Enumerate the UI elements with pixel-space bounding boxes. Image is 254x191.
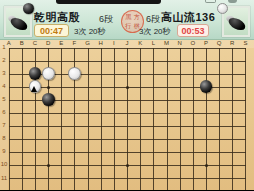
- grid-line: [245, 48, 246, 191]
- avatar-telescope-icon: [227, 15, 248, 32]
- grid-line: [61, 48, 62, 191]
- star-point-J10: [126, 164, 129, 167]
- black-stone-P4: [200, 80, 213, 93]
- column-label-O: O: [189, 40, 197, 47]
- grid-line: [140, 48, 141, 191]
- right-player-rank: 6段: [146, 13, 160, 26]
- column-label-P: P: [202, 40, 210, 47]
- grid-line: [232, 48, 233, 191]
- row-label-8: 8: [0, 135, 8, 142]
- row-label-11: 11: [0, 175, 8, 182]
- column-label-C: C: [31, 40, 39, 47]
- grid-line: [219, 48, 220, 191]
- go-board[interactable]: ABCDEFGHIJKLMNOPQRS1234567891011: [0, 40, 254, 190]
- right-player-timer: 00:53: [177, 24, 209, 37]
- grid-line: [127, 48, 128, 191]
- column-label-Q: Q: [215, 40, 223, 47]
- grid-line: [206, 48, 207, 191]
- grid-line: [101, 48, 102, 191]
- grid-line: [153, 48, 154, 191]
- grid-line: [9, 48, 247, 49]
- game-header: 乾明高殷 6段 00:47 3次 20秒 黑 方 行 棋 6段 高山流136 3…: [0, 0, 254, 40]
- grid-line: [9, 126, 247, 127]
- grid-line: [22, 48, 23, 191]
- grid-line: [114, 48, 115, 191]
- star-point-D10: [47, 164, 50, 167]
- grid-line: [9, 152, 247, 153]
- white-stone-D3: [42, 67, 55, 80]
- row-label-5: 5: [0, 96, 8, 103]
- black-stone-C3: [29, 67, 42, 80]
- status-bar-icon: [205, 0, 216, 3]
- grid-line: [9, 61, 247, 62]
- column-label-N: N: [176, 40, 184, 47]
- grid-line: [193, 48, 194, 191]
- column-label-B: B: [18, 40, 26, 47]
- row-label-7: 7: [0, 122, 8, 129]
- grid-line: [180, 48, 181, 191]
- row-label-2: 2: [0, 57, 8, 64]
- row-label-3: 3: [0, 70, 8, 77]
- right-player-name: 高山流136: [161, 10, 215, 25]
- status-bar-icon-2: [228, 0, 237, 3]
- seal-char: 黑: [124, 13, 133, 22]
- column-label-F: F: [70, 40, 78, 47]
- row-label-6: 6: [0, 109, 8, 116]
- white-stone-icon: [217, 3, 228, 14]
- seal-char: 行: [124, 22, 133, 31]
- column-label-J: J: [123, 40, 131, 47]
- grid-line: [9, 113, 247, 114]
- left-player-name: 乾明高殷: [34, 10, 80, 25]
- seal-char: 方: [133, 13, 142, 22]
- row-label-1: 1: [0, 44, 8, 51]
- black-stone-icon: [23, 3, 34, 14]
- phone-notch: [56, 0, 161, 4]
- star-point-D4: [47, 86, 50, 89]
- star-point-P10: [205, 164, 208, 167]
- last-move-marker: [31, 86, 37, 92]
- grid-line: [9, 48, 10, 191]
- row-label-9: 9: [0, 148, 8, 155]
- column-label-M: M: [163, 40, 171, 47]
- column-label-I: I: [110, 40, 118, 47]
- left-player-rank: 6段: [99, 13, 113, 26]
- column-label-L: L: [149, 40, 157, 47]
- column-label-S: S: [241, 40, 249, 47]
- avatar-telescope-icon: [9, 15, 30, 32]
- row-label-4: 4: [0, 83, 8, 90]
- column-label-K: K: [136, 40, 144, 47]
- black-stone-D5: [42, 93, 55, 106]
- grid-line: [88, 48, 89, 191]
- column-label-H: H: [97, 40, 105, 47]
- white-stone-C4: [29, 80, 42, 93]
- column-label-E: E: [57, 40, 65, 47]
- column-label-D: D: [44, 40, 52, 47]
- star-point-J4: [126, 86, 129, 89]
- white-stone-F3: [68, 67, 81, 80]
- grid-line: [9, 139, 247, 140]
- grid-line: [9, 178, 247, 179]
- column-label-G: G: [84, 40, 92, 47]
- grid-line: [167, 48, 168, 191]
- column-label-R: R: [228, 40, 236, 47]
- right-player-byoyomi: 3次 20秒: [139, 26, 171, 37]
- left-player-byoyomi: 3次 20秒: [74, 26, 106, 37]
- row-label-10: 10: [0, 161, 8, 168]
- go-app-screen: 乾明高殷 6段 00:47 3次 20秒 黑 方 行 棋 6段 高山流136 3…: [0, 0, 254, 190]
- left-player-timer: 00:47: [34, 24, 69, 37]
